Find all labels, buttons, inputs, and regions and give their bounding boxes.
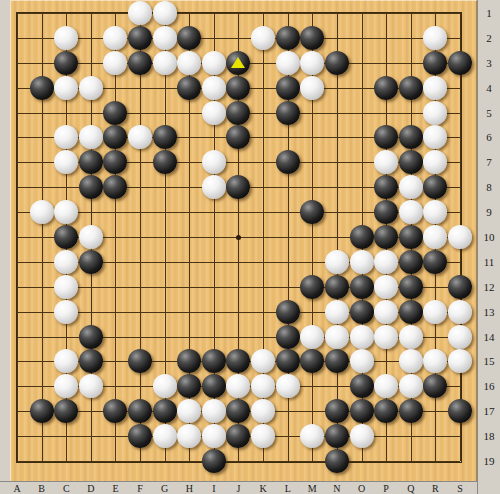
stone-I5[interactable] [202, 101, 226, 125]
row-label-17: 17 [479, 406, 499, 417]
stone-C12[interactable] [54, 275, 78, 299]
stone-D10[interactable] [79, 225, 103, 249]
stone-D4[interactable] [79, 76, 103, 100]
stone-I18[interactable] [202, 424, 226, 448]
stone-Q16[interactable] [399, 374, 423, 398]
stone-D14[interactable] [79, 325, 103, 349]
stone-G7[interactable] [153, 150, 177, 174]
stone-N18[interactable] [325, 424, 349, 448]
col-label-Q: Q [405, 483, 417, 494]
row-label-18: 18 [479, 431, 499, 442]
stone-G3[interactable] [153, 51, 177, 75]
stone-Q17[interactable] [399, 399, 423, 423]
stone-I17[interactable] [202, 399, 226, 423]
col-label-K: K [257, 483, 269, 494]
stone-C11[interactable] [54, 250, 78, 274]
stone-S17[interactable] [448, 399, 472, 423]
stone-E5[interactable] [103, 101, 127, 125]
stone-M12[interactable] [300, 275, 324, 299]
col-label-M: M [306, 483, 318, 494]
stone-N12[interactable] [325, 275, 349, 299]
col-label-J: J [232, 483, 244, 494]
stone-R5[interactable] [423, 101, 447, 125]
stone-L2[interactable] [276, 26, 300, 50]
stone-O16[interactable] [350, 374, 374, 398]
col-label-B: B [36, 483, 48, 494]
stone-N11[interactable] [325, 250, 349, 274]
stone-L3[interactable] [276, 51, 300, 75]
row-label-4: 4 [479, 83, 499, 94]
stone-D11[interactable] [79, 250, 103, 274]
col-label-D: D [85, 483, 97, 494]
stone-Q10[interactable] [399, 225, 423, 249]
stone-Q9[interactable] [399, 200, 423, 224]
col-label-L: L [282, 483, 294, 494]
row-coordinate-strip [477, 0, 500, 494]
stone-G17[interactable] [153, 399, 177, 423]
stone-D7[interactable] [79, 150, 103, 174]
stone-S3[interactable] [448, 51, 472, 75]
row-label-13: 13 [479, 307, 499, 318]
stone-D8[interactable] [79, 175, 103, 199]
stone-I8[interactable] [202, 175, 226, 199]
row-label-11: 11 [479, 257, 499, 268]
go-game-window: { "game": "go", "board_size": 19, "colum… [0, 0, 500, 494]
row-label-5: 5 [479, 108, 499, 119]
stone-M4[interactable] [300, 76, 324, 100]
stone-I19[interactable] [202, 449, 226, 473]
stone-J4[interactable] [226, 76, 250, 100]
stone-Q11[interactable] [399, 250, 423, 274]
stone-F2[interactable] [128, 26, 152, 50]
stone-P4[interactable] [374, 76, 398, 100]
stone-Q13[interactable] [399, 300, 423, 324]
stone-Q12[interactable] [399, 275, 423, 299]
col-label-S: S [454, 483, 466, 494]
stone-P14[interactable] [374, 325, 398, 349]
col-label-G: G [159, 483, 171, 494]
row-label-12: 12 [479, 282, 499, 293]
stone-O14[interactable] [350, 325, 374, 349]
row-label-14: 14 [479, 332, 499, 343]
stone-S12[interactable] [448, 275, 472, 299]
stone-L7[interactable] [276, 150, 300, 174]
row-label-8: 8 [479, 182, 499, 193]
stone-F1[interactable] [128, 1, 152, 25]
stone-G18[interactable] [153, 424, 177, 448]
stone-H2[interactable] [177, 26, 201, 50]
stone-B9[interactable] [30, 200, 54, 224]
stone-S13[interactable] [448, 300, 472, 324]
stone-O13[interactable] [350, 300, 374, 324]
stone-N13[interactable] [325, 300, 349, 324]
row-label-19: 19 [479, 456, 499, 467]
stone-F18[interactable] [128, 424, 152, 448]
stone-G16[interactable] [153, 374, 177, 398]
stone-Q14[interactable] [399, 325, 423, 349]
stone-N14[interactable] [325, 325, 349, 349]
col-label-N: N [331, 483, 343, 494]
stone-L5[interactable] [276, 101, 300, 125]
stone-F3[interactable] [128, 51, 152, 75]
stone-C13[interactable] [54, 300, 78, 324]
stone-O17[interactable] [350, 399, 374, 423]
stone-N19[interactable] [325, 449, 349, 473]
stone-O12[interactable] [350, 275, 374, 299]
col-label-H: H [183, 483, 195, 494]
stone-R4[interactable] [423, 76, 447, 100]
go-board[interactable] [10, 0, 477, 481]
stone-G6[interactable] [153, 125, 177, 149]
row-label-1: 1 [479, 8, 499, 19]
stone-B17[interactable] [30, 399, 54, 423]
stone-L13[interactable] [276, 300, 300, 324]
stone-O11[interactable] [350, 250, 374, 274]
row-label-3: 3 [479, 58, 499, 69]
col-label-E: E [109, 483, 121, 494]
row-label-16: 16 [479, 381, 499, 392]
stone-P12[interactable] [374, 275, 398, 299]
col-label-R: R [429, 483, 441, 494]
row-label-7: 7 [479, 157, 499, 168]
row-label-6: 6 [479, 132, 499, 143]
row-label-10: 10 [479, 232, 499, 243]
stone-G1[interactable] [153, 1, 177, 25]
stone-C4[interactable] [54, 76, 78, 100]
stone-L14[interactable] [276, 325, 300, 349]
stone-C2[interactable] [54, 26, 78, 50]
stone-L15[interactable] [276, 349, 300, 373]
stone-R3[interactable] [423, 51, 447, 75]
stone-N3[interactable] [325, 51, 349, 75]
stone-K2[interactable] [251, 26, 275, 50]
stone-Q4[interactable] [399, 76, 423, 100]
stone-O10[interactable] [350, 225, 374, 249]
stone-I3[interactable] [202, 51, 226, 75]
stone-S10[interactable] [448, 225, 472, 249]
goban-frame: 12345678910111213141516171819ABCDEFGHIJK… [0, 0, 500, 494]
row-label-15: 15 [479, 356, 499, 367]
col-label-I: I [208, 483, 220, 494]
stone-Q7[interactable] [399, 150, 423, 174]
stone-S14[interactable] [448, 325, 472, 349]
stone-P10[interactable] [374, 225, 398, 249]
col-label-A: A [11, 483, 23, 494]
stone-H3[interactable] [177, 51, 201, 75]
stone-N17[interactable] [325, 399, 349, 423]
stone-I4[interactable] [202, 76, 226, 100]
stone-O18[interactable] [350, 424, 374, 448]
stone-G2[interactable] [153, 26, 177, 50]
stone-O15[interactable] [350, 349, 374, 373]
last-move-triangle-marker [231, 57, 245, 68]
col-label-F: F [134, 483, 146, 494]
stone-C3[interactable] [54, 51, 78, 75]
stone-S15[interactable] [448, 349, 472, 373]
stone-B4[interactable] [30, 76, 54, 100]
row-label-2: 2 [479, 33, 499, 44]
stone-P13[interactable] [374, 300, 398, 324]
stone-L16[interactable] [276, 374, 300, 398]
stone-M14[interactable] [300, 325, 324, 349]
col-label-O: O [356, 483, 368, 494]
stone-M3[interactable] [300, 51, 324, 75]
stone-J5[interactable] [226, 101, 250, 125]
col-label-P: P [380, 483, 392, 494]
stone-D16[interactable] [79, 374, 103, 398]
stone-R13[interactable] [423, 300, 447, 324]
stone-Q8[interactable] [399, 175, 423, 199]
col-label-C: C [60, 483, 72, 494]
stone-H4[interactable] [177, 76, 201, 100]
stone-P11[interactable] [374, 250, 398, 274]
stone-L4[interactable] [276, 76, 300, 100]
row-label-9: 9 [479, 207, 499, 218]
